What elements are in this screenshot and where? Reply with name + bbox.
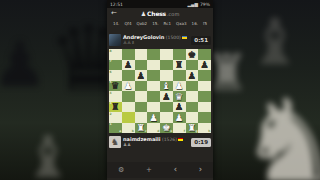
square-a7[interactable]: 7 bbox=[109, 60, 122, 71]
square-f2[interactable]: ♟ bbox=[173, 112, 186, 123]
square-a4[interactable]: 4 bbox=[109, 91, 122, 102]
status-bar: 12:51 ▂▄▆ 79% bbox=[107, 0, 213, 8]
blurred-white-bishop-left-icon: ♝ bbox=[22, 128, 74, 180]
coord-rank-3: 3 bbox=[110, 102, 112, 105]
square-f1[interactable]: f bbox=[173, 123, 186, 134]
move-token[interactable]: Rc1 bbox=[164, 21, 172, 26]
square-g6[interactable]: ♟ bbox=[186, 70, 199, 81]
square-h4[interactable] bbox=[198, 91, 211, 102]
white-bishop: ♝ bbox=[162, 81, 171, 91]
coord-rank-6: 6 bbox=[110, 71, 112, 74]
white-pawn: ♟ bbox=[175, 81, 184, 91]
move-list[interactable]: 14.Qf4Qxb215.Rc1Qxa316.f5 bbox=[107, 19, 213, 27]
coord-rank-8: 8 bbox=[110, 50, 112, 53]
avatar-top[interactable] bbox=[109, 34, 121, 46]
phone-screen: 12:51 ▂▄▆ 79% ← ♟ Chess .com 14.Qf4Qxb21… bbox=[107, 0, 213, 180]
move-forward-button[interactable]: › bbox=[199, 166, 202, 174]
square-g2[interactable] bbox=[186, 112, 199, 123]
square-a1[interactable]: 1a bbox=[109, 123, 122, 134]
square-f4[interactable]: ♛ bbox=[173, 91, 186, 102]
white-pawn: ♟ bbox=[175, 113, 184, 123]
square-c7[interactable] bbox=[135, 60, 148, 71]
square-a3[interactable]: 3♜ bbox=[109, 102, 122, 113]
player-top-flag-icon bbox=[182, 36, 187, 40]
logo-suffix: .com bbox=[167, 11, 179, 17]
app-header: ← ♟ Chess .com bbox=[107, 8, 213, 19]
move-token[interactable]: Qf4 bbox=[124, 21, 131, 26]
coord-rank-1: 1 bbox=[110, 123, 112, 126]
square-g4[interactable] bbox=[186, 91, 199, 102]
coord-rank-5: 5 bbox=[110, 81, 112, 84]
status-time: 12:51 bbox=[110, 2, 123, 7]
player-bottom-flag-icon bbox=[178, 138, 183, 142]
square-d1[interactable]: d bbox=[147, 123, 160, 134]
square-g7[interactable] bbox=[186, 60, 199, 71]
blurred-black-pawn-icon: ♟ bbox=[0, 34, 48, 96]
black-rook: ♜ bbox=[111, 102, 120, 112]
move-token[interactable]: 14. bbox=[113, 21, 119, 26]
black-pawn: ♟ bbox=[200, 60, 209, 70]
square-c3[interactable] bbox=[135, 102, 148, 113]
signal-icon: ▂▄▆ bbox=[188, 2, 198, 7]
black-queen: ♛ bbox=[111, 81, 120, 91]
move-token[interactable]: 16. bbox=[192, 21, 198, 26]
coord-rank-2: 2 bbox=[110, 113, 112, 116]
blurred-white-bishop-right-icon: ♝ bbox=[246, 10, 303, 74]
game-action-bar: ⚙+‹› bbox=[107, 162, 213, 178]
square-g3[interactable] bbox=[186, 102, 199, 113]
square-b1[interactable]: b bbox=[122, 123, 135, 134]
black-pawn: ♟ bbox=[137, 71, 146, 81]
square-b6[interactable] bbox=[122, 70, 135, 81]
player-row-bottom: ♞ naimdzemaili (1526) ♟♟ 0:19 bbox=[107, 133, 213, 151]
square-e3[interactable] bbox=[160, 102, 173, 113]
square-b4[interactable] bbox=[122, 91, 135, 102]
square-c6[interactable]: ♟ bbox=[135, 70, 148, 81]
square-b8[interactable] bbox=[122, 49, 135, 60]
back-arrow-icon[interactable]: ← bbox=[111, 8, 117, 19]
square-d5[interactable] bbox=[147, 81, 160, 92]
square-e4[interactable]: ♟ bbox=[160, 91, 173, 102]
screenshot-root: ♛♟♝♜♝♞ 12:51 ▂▄▆ 79% ← ♟ Chess .com 14.Q… bbox=[0, 0, 320, 180]
black-pawn: ♟ bbox=[188, 71, 197, 81]
black-pawn: ♟ bbox=[175, 102, 184, 112]
chesscom-logo: ♟ Chess .com bbox=[141, 10, 180, 17]
battery-level: 79% bbox=[200, 2, 210, 7]
square-a5[interactable]: 5♛ bbox=[109, 81, 122, 92]
square-g5[interactable] bbox=[186, 81, 199, 92]
square-f6[interactable] bbox=[173, 70, 186, 81]
square-a8[interactable]: 8 bbox=[109, 49, 122, 60]
square-d4[interactable] bbox=[147, 91, 160, 102]
black-pawn: ♟ bbox=[124, 60, 133, 70]
square-h3[interactable] bbox=[198, 102, 211, 113]
coord-rank-7: 7 bbox=[110, 60, 112, 63]
square-d7[interactable] bbox=[147, 60, 160, 71]
clock-top: 0:51 bbox=[191, 36, 211, 45]
blurred-white-knight-icon: ♞ bbox=[238, 84, 320, 180]
square-b3[interactable] bbox=[122, 102, 135, 113]
player-row-top: AndreyGolovin (1500) ♙♙♗ 0:51 bbox=[107, 31, 213, 49]
square-f8[interactable] bbox=[173, 49, 186, 60]
square-f5[interactable]: ♟ bbox=[173, 81, 186, 92]
square-b2[interactable] bbox=[122, 112, 135, 123]
white-pawn: ♟ bbox=[124, 81, 133, 91]
square-c8[interactable] bbox=[135, 49, 148, 60]
white-queen: ♛ bbox=[175, 92, 184, 102]
square-e5[interactable]: ♝ bbox=[160, 81, 173, 92]
square-b7[interactable]: ♟ bbox=[122, 60, 135, 71]
player-bottom-rating: (1526) bbox=[162, 137, 177, 142]
move-token[interactable]: Qxb2 bbox=[137, 21, 148, 26]
square-f3[interactable]: ♟ bbox=[173, 102, 186, 113]
square-g8[interactable]: ♚ bbox=[186, 49, 199, 60]
square-d6[interactable] bbox=[147, 70, 160, 81]
square-c2[interactable] bbox=[135, 112, 148, 123]
square-h2[interactable] bbox=[198, 112, 211, 123]
move-token[interactable]: Qxa3 bbox=[176, 21, 187, 26]
white-rook: ♜ bbox=[137, 123, 146, 133]
black-rook: ♜ bbox=[175, 60, 184, 70]
square-c1[interactable]: c♜ bbox=[135, 123, 148, 134]
add-time-plus-button[interactable]: + bbox=[146, 167, 152, 174]
coord-rank-4: 4 bbox=[110, 92, 112, 95]
square-h1[interactable]: h bbox=[198, 123, 211, 134]
player-top-captured-pieces: ♙♙♗ bbox=[123, 41, 187, 46]
square-h8[interactable] bbox=[198, 49, 211, 60]
square-b5[interactable]: ♟ bbox=[122, 81, 135, 92]
black-pawn: ♟ bbox=[162, 92, 171, 102]
move-back-button[interactable]: ‹ bbox=[174, 166, 177, 174]
square-h5[interactable] bbox=[198, 81, 211, 92]
player-bottom-captured-pieces: ♟♟ bbox=[123, 143, 183, 148]
square-d3[interactable] bbox=[147, 102, 160, 113]
move-token[interactable]: f5 bbox=[203, 21, 207, 26]
square-e8[interactable] bbox=[160, 49, 173, 60]
coord-file-h: h bbox=[208, 130, 210, 133]
square-d2[interactable]: ♟ bbox=[147, 112, 160, 123]
square-a2[interactable]: 2 bbox=[109, 112, 122, 123]
avatar-bottom[interactable]: ♞ bbox=[109, 136, 121, 148]
player-top-rating: (1500) bbox=[166, 35, 181, 40]
logo-text: Chess bbox=[147, 10, 166, 17]
chess-board: 8♚7♟♜♟6♟♟5♛♟♝♟4♟♛3♜♟2♟♟1abc♜de♚fg♜h bbox=[109, 49, 211, 133]
square-h6[interactable] bbox=[198, 70, 211, 81]
square-c5[interactable] bbox=[135, 81, 148, 92]
square-e2[interactable] bbox=[160, 112, 173, 123]
black-king: ♚ bbox=[188, 50, 197, 60]
square-a6[interactable]: 6 bbox=[109, 70, 122, 81]
logo-pawn-icon: ♟ bbox=[141, 10, 146, 17]
square-c4[interactable] bbox=[135, 91, 148, 102]
square-f7[interactable]: ♜ bbox=[173, 60, 186, 71]
square-h7[interactable]: ♟ bbox=[198, 60, 211, 71]
square-d8[interactable] bbox=[147, 49, 160, 60]
white-pawn: ♟ bbox=[149, 113, 158, 123]
square-e7[interactable] bbox=[160, 60, 173, 71]
square-e1[interactable]: e♚ bbox=[160, 123, 173, 134]
clock-bottom-active: 0:19 bbox=[191, 138, 211, 147]
options-gear-button[interactable]: ⚙ bbox=[118, 167, 124, 174]
move-token[interactable]: 15. bbox=[152, 21, 158, 26]
square-g1[interactable]: g♜ bbox=[186, 123, 199, 134]
square-e6[interactable] bbox=[160, 70, 173, 81]
